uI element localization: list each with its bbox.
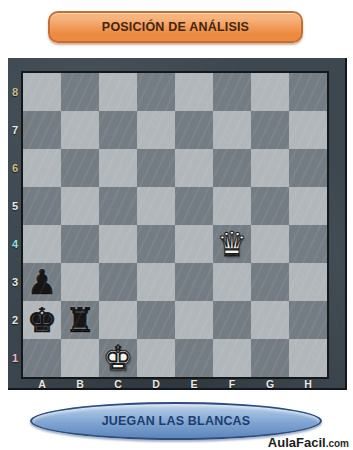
square-g8	[251, 73, 289, 111]
square-g5	[251, 187, 289, 225]
square-d5	[137, 187, 175, 225]
analysis-title: POSICIÓN DE ANÁLISIS	[102, 20, 249, 34]
square-h3	[289, 263, 327, 301]
chess-board: ♛♟♚♜♚	[21, 71, 329, 379]
square-h6	[289, 149, 327, 187]
square-c4	[99, 225, 137, 263]
square-c5	[99, 187, 137, 225]
square-c8	[99, 73, 137, 111]
square-f2	[213, 301, 251, 339]
square-e5	[175, 187, 213, 225]
square-f8	[213, 73, 251, 111]
square-b4	[61, 225, 99, 263]
square-d6	[137, 149, 175, 187]
file-label-g: G	[251, 378, 289, 390]
square-h5	[289, 187, 327, 225]
square-f6	[213, 149, 251, 187]
square-c2	[99, 301, 137, 339]
square-a8	[23, 73, 61, 111]
file-label-e: E	[175, 378, 213, 390]
rank-label-7: 7	[8, 111, 22, 149]
square-g2	[251, 301, 289, 339]
square-a3: ♟	[23, 263, 61, 301]
square-d4	[137, 225, 175, 263]
file-label-c: C	[99, 378, 137, 390]
turn-indicator-text: JUEGAN LAS BLANCAS	[102, 414, 251, 428]
square-b6	[61, 149, 99, 187]
chess-board-frame: ♛♟♚♜♚ 87654321 ABCDEFGH	[8, 58, 347, 390]
rank-label-4: 4	[8, 225, 22, 263]
black-king: ♚	[23, 301, 61, 339]
square-h4	[289, 225, 327, 263]
square-c7	[99, 111, 137, 149]
square-b3	[61, 263, 99, 301]
square-g6	[251, 149, 289, 187]
square-b8	[61, 73, 99, 111]
square-b7	[61, 111, 99, 149]
square-h8	[289, 73, 327, 111]
square-g3	[251, 263, 289, 301]
square-g1	[251, 339, 289, 377]
analysis-title-banner: POSICIÓN DE ANÁLISIS	[48, 11, 303, 43]
square-d2	[137, 301, 175, 339]
brand-name: AulaFacil	[268, 435, 326, 450]
square-a6	[23, 149, 61, 187]
file-label-h: H	[289, 378, 327, 390]
square-b2: ♜	[61, 301, 99, 339]
square-c3	[99, 263, 137, 301]
square-f1	[213, 339, 251, 377]
square-f7	[213, 111, 251, 149]
square-c6	[99, 149, 137, 187]
square-h7	[289, 111, 327, 149]
rank-label-8: 8	[8, 73, 22, 111]
white-queen: ♛	[213, 225, 251, 263]
square-d3	[137, 263, 175, 301]
rank-label-2: 2	[8, 301, 22, 339]
square-h2	[289, 301, 327, 339]
square-h1	[289, 339, 327, 377]
square-g4	[251, 225, 289, 263]
rank-label-1: 1	[8, 339, 22, 377]
square-f3	[213, 263, 251, 301]
square-e8	[175, 73, 213, 111]
square-e1	[175, 339, 213, 377]
black-rook: ♜	[61, 301, 99, 339]
brand-suffix: .com	[326, 438, 349, 449]
square-d8	[137, 73, 175, 111]
square-a2: ♚	[23, 301, 61, 339]
square-f5	[213, 187, 251, 225]
file-label-d: D	[137, 378, 175, 390]
rank-label-3: 3	[8, 263, 22, 301]
square-e4	[175, 225, 213, 263]
square-d7	[137, 111, 175, 149]
square-a4	[23, 225, 61, 263]
black-pawn: ♟	[23, 263, 61, 301]
rank-label-6: 6	[8, 149, 22, 187]
square-e7	[175, 111, 213, 149]
file-label-f: F	[213, 378, 251, 390]
white-king: ♚	[99, 339, 137, 377]
square-g7	[251, 111, 289, 149]
square-b5	[61, 187, 99, 225]
square-d1	[137, 339, 175, 377]
rank-label-5: 5	[8, 187, 22, 225]
square-e3	[175, 263, 213, 301]
file-label-a: A	[23, 378, 61, 390]
square-e6	[175, 149, 213, 187]
square-a5	[23, 187, 61, 225]
square-f4: ♛	[213, 225, 251, 263]
square-c1: ♚	[99, 339, 137, 377]
file-label-b: B	[61, 378, 99, 390]
square-a7	[23, 111, 61, 149]
square-b1	[61, 339, 99, 377]
square-a1	[23, 339, 61, 377]
square-e2	[175, 301, 213, 339]
aulafacil-logo: AulaFacil.com	[268, 433, 349, 450]
